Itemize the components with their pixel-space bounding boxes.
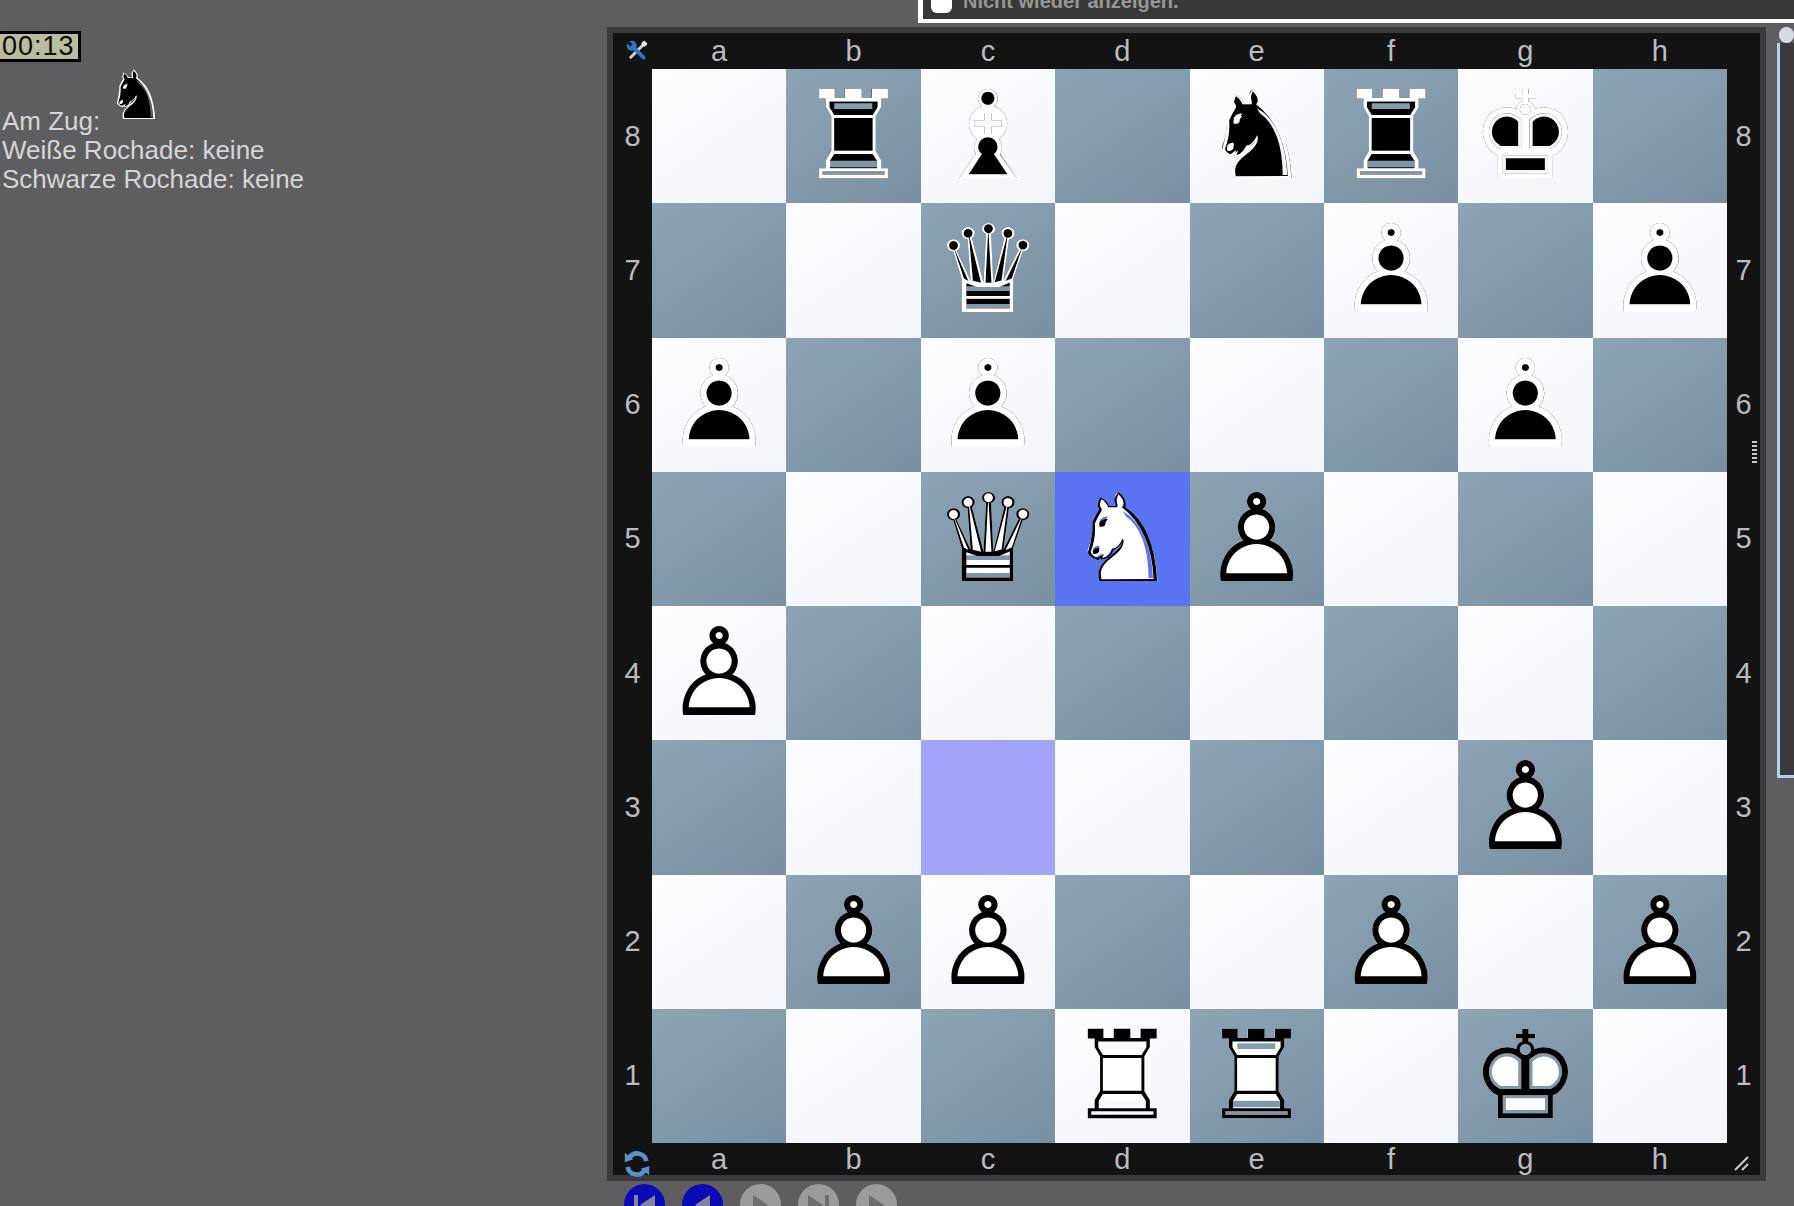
file-label-c: c bbox=[921, 33, 1055, 69]
piece-white-rook[interactable]: ♜♖ bbox=[1190, 1009, 1324, 1143]
square-a5[interactable] bbox=[652, 472, 786, 606]
black-castling-status: Schwarze Rochade: keine bbox=[2, 164, 304, 195]
square-g4[interactable] bbox=[1458, 606, 1592, 740]
piece-black-knight[interactable]: ♞♘ bbox=[1190, 69, 1324, 203]
square-d8[interactable] bbox=[1055, 69, 1189, 203]
square-f8[interactable]: ♜♖ bbox=[1324, 69, 1458, 203]
square-a8[interactable] bbox=[652, 69, 786, 203]
square-a7[interactable] bbox=[652, 203, 786, 337]
square-e2[interactable] bbox=[1190, 875, 1324, 1009]
rank-label-7: 7 bbox=[1727, 203, 1760, 337]
dont-show-again-checkbox[interactable] bbox=[931, 0, 952, 13]
square-c4[interactable] bbox=[921, 606, 1055, 740]
piece-white-pawn[interactable]: ♟♙ bbox=[786, 875, 920, 1009]
skip-start-icon bbox=[634, 1195, 638, 1206]
step-back-icon bbox=[695, 1195, 710, 1206]
rank-label-3: 3 bbox=[613, 740, 652, 874]
square-c7[interactable]: ♛♕ bbox=[921, 203, 1055, 337]
piece-white-rook[interactable]: ♜♖ bbox=[1055, 1009, 1189, 1143]
piece-white-pawn[interactable]: ♟♙ bbox=[1593, 875, 1727, 1009]
square-f2[interactable]: ♟♙ bbox=[1324, 875, 1458, 1009]
skip-start-icon bbox=[640, 1195, 655, 1206]
square-g1[interactable]: ♚♔ bbox=[1458, 1009, 1592, 1143]
square-f3[interactable] bbox=[1324, 740, 1458, 874]
square-d1[interactable]: ♜♖ bbox=[1055, 1009, 1189, 1143]
square-b1[interactable] bbox=[786, 1009, 920, 1143]
rank-label-5: 5 bbox=[1727, 472, 1760, 606]
file-label-b: b bbox=[786, 33, 920, 69]
square-f4[interactable] bbox=[1324, 606, 1458, 740]
piece-black-pawn[interactable]: ♟♙ bbox=[652, 338, 786, 472]
piece-black-bishop[interactable]: ♝♗ bbox=[921, 69, 1055, 203]
step-back-button[interactable] bbox=[682, 1184, 723, 1206]
file-label-e: e bbox=[1190, 1143, 1324, 1176]
side-window-edge bbox=[1777, 43, 1794, 778]
step-forward-icon bbox=[753, 1195, 768, 1206]
go-to-end-button[interactable] bbox=[798, 1184, 839, 1206]
square-a2[interactable] bbox=[652, 875, 786, 1009]
square-c8[interactable]: ♝♗ bbox=[921, 69, 1055, 203]
file-label-g: g bbox=[1458, 1143, 1592, 1176]
piece-black-rook[interactable]: ♜♖ bbox=[786, 69, 920, 203]
square-b3[interactable] bbox=[786, 740, 920, 874]
skip-end-icon bbox=[825, 1195, 829, 1206]
square-h7[interactable]: ♟♙ bbox=[1593, 203, 1727, 337]
file-label-f: f bbox=[1324, 33, 1458, 69]
square-c6[interactable]: ♟♙ bbox=[921, 338, 1055, 472]
settings-tools-icon[interactable] bbox=[622, 36, 652, 66]
to-move-knight-icon: ♞♘ bbox=[100, 56, 172, 136]
square-h2[interactable]: ♟♙ bbox=[1593, 875, 1727, 1009]
square-e7[interactable] bbox=[1190, 203, 1324, 337]
square-e5[interactable]: ♟♙ bbox=[1190, 472, 1324, 606]
move-clock: 00:13 bbox=[0, 31, 81, 62]
rank-label-2: 2 bbox=[613, 875, 652, 1009]
square-h5[interactable] bbox=[1593, 472, 1727, 606]
file-label-d: d bbox=[1055, 33, 1189, 69]
resize-handle[interactable] bbox=[1731, 1153, 1751, 1171]
rank-label-3: 3 bbox=[1727, 740, 1760, 874]
square-e3[interactable] bbox=[1190, 740, 1324, 874]
square-g7[interactable] bbox=[1458, 203, 1592, 337]
piece-white-pawn[interactable]: ♟♙ bbox=[1190, 472, 1324, 606]
rank-label-2: 2 bbox=[1727, 875, 1760, 1009]
file-label-c: c bbox=[921, 1143, 1055, 1176]
square-a1[interactable] bbox=[652, 1009, 786, 1143]
square-d6[interactable] bbox=[1055, 338, 1189, 472]
piece-black-pawn[interactable]: ♟♙ bbox=[1593, 203, 1727, 337]
go-to-start-button[interactable] bbox=[624, 1184, 665, 1206]
dont-show-again-label: Nicht wieder anzeigen. bbox=[963, 0, 1179, 13]
board-squares: ♜♖♝♗♞♘♜♖♚♔♛♕♟♙♟♙♟♙♟♙♟♙♛♕♞♘♟♙♟♙♟♙♟♙♟♙♟♙♟♙… bbox=[652, 69, 1727, 1143]
piece-white-pawn[interactable]: ♟♙ bbox=[652, 606, 786, 740]
file-label-a: a bbox=[652, 33, 786, 69]
rank-labels-right: 87654321 bbox=[1727, 69, 1760, 1143]
square-b7[interactable] bbox=[786, 203, 920, 337]
board-frame: abcdefgh 87654321 ♜♖♝♗♞♘♜♖♚♔♛♕♟♙♟♙♟♙♟♙♟♙… bbox=[613, 33, 1760, 1175]
rank-labels-left: 87654321 bbox=[613, 69, 652, 1143]
piece-white-king[interactable]: ♚♔ bbox=[1458, 1009, 1592, 1143]
square-e6[interactable] bbox=[1190, 338, 1324, 472]
piece-white-pawn[interactable]: ♟♙ bbox=[921, 875, 1055, 1009]
square-f5[interactable] bbox=[1324, 472, 1458, 606]
piece-black-king[interactable]: ♚♔ bbox=[1458, 69, 1592, 203]
file-label-a: a bbox=[652, 1143, 786, 1176]
square-f6[interactable] bbox=[1324, 338, 1458, 472]
square-e4[interactable] bbox=[1190, 606, 1324, 740]
square-h4[interactable] bbox=[1593, 606, 1727, 740]
chess-board-window: abcdefgh 87654321 ♜♖♝♗♞♘♜♖♚♔♛♕♟♙♟♙♟♙♟♙♟♙… bbox=[607, 27, 1766, 1181]
square-g3[interactable]: ♟♙ bbox=[1458, 740, 1592, 874]
rank-label-1: 1 bbox=[1727, 1009, 1760, 1143]
piece-white-pawn[interactable]: ♟♙ bbox=[1458, 740, 1592, 874]
square-g8[interactable]: ♚♔ bbox=[1458, 69, 1592, 203]
square-d7[interactable] bbox=[1055, 203, 1189, 337]
square-h1[interactable] bbox=[1593, 1009, 1727, 1143]
rank-label-4: 4 bbox=[1727, 606, 1760, 740]
rank-label-6: 6 bbox=[613, 338, 652, 472]
scrollbar-thumb[interactable] bbox=[1779, 27, 1794, 43]
rank-label-8: 8 bbox=[1727, 69, 1760, 203]
rank-label-8: 8 bbox=[613, 69, 652, 203]
square-a6[interactable]: ♟♙ bbox=[652, 338, 786, 472]
piece-black-rook[interactable]: ♜♖ bbox=[1324, 69, 1458, 203]
drag-grip[interactable] bbox=[1752, 441, 1757, 463]
piece-black-pawn[interactable]: ♟♙ bbox=[1458, 338, 1592, 472]
play-icon bbox=[869, 1195, 884, 1206]
file-label-h: h bbox=[1593, 33, 1727, 69]
file-label-h: h bbox=[1593, 1143, 1727, 1176]
square-g5[interactable] bbox=[1458, 472, 1592, 606]
file-label-d: d bbox=[1055, 1143, 1189, 1176]
piece-black-queen[interactable]: ♛♕ bbox=[921, 203, 1055, 337]
square-c1[interactable] bbox=[921, 1009, 1055, 1143]
square-a4[interactable]: ♟♙ bbox=[652, 606, 786, 740]
file-label-e: e bbox=[1190, 33, 1324, 69]
square-b8[interactable]: ♜♖ bbox=[786, 69, 920, 203]
piece-white-queen[interactable]: ♛♕ bbox=[921, 472, 1055, 606]
file-label-f: f bbox=[1324, 1143, 1458, 1176]
piece-white-pawn[interactable]: ♟♙ bbox=[1324, 875, 1458, 1009]
piece-black-pawn[interactable]: ♟♙ bbox=[921, 338, 1055, 472]
square-c2[interactable]: ♟♙ bbox=[921, 875, 1055, 1009]
square-g6[interactable]: ♟♙ bbox=[1458, 338, 1592, 472]
square-b4[interactable] bbox=[786, 606, 920, 740]
move-navigation bbox=[624, 1184, 897, 1206]
rank-label-1: 1 bbox=[613, 1009, 652, 1143]
square-d5[interactable]: ♞♘ bbox=[1055, 472, 1189, 606]
to-move-label: Am Zug: bbox=[2, 106, 100, 137]
dismiss-dialog: Nicht wieder anzeigen. bbox=[918, 0, 1794, 23]
square-h8[interactable] bbox=[1593, 69, 1727, 203]
skip-end-icon bbox=[808, 1195, 823, 1206]
square-c5[interactable]: ♛♕ bbox=[921, 472, 1055, 606]
square-a3[interactable] bbox=[652, 740, 786, 874]
file-labels-bottom: abcdefgh bbox=[652, 1143, 1727, 1175]
rank-label-4: 4 bbox=[613, 606, 652, 740]
square-h3[interactable] bbox=[1593, 740, 1727, 874]
file-label-g: g bbox=[1458, 33, 1592, 69]
square-f7[interactable]: ♟♙ bbox=[1324, 203, 1458, 337]
square-f1[interactable] bbox=[1324, 1009, 1458, 1143]
square-d3[interactable] bbox=[1055, 740, 1189, 874]
square-h6[interactable] bbox=[1593, 338, 1727, 472]
square-g2[interactable] bbox=[1458, 875, 1592, 1009]
square-c3[interactable] bbox=[921, 740, 1055, 874]
square-d4[interactable] bbox=[1055, 606, 1189, 740]
rank-label-7: 7 bbox=[613, 203, 652, 337]
file-label-b: b bbox=[786, 1143, 920, 1176]
white-castling-status: Weiße Rochade: keine bbox=[2, 135, 265, 166]
square-d2[interactable] bbox=[1055, 875, 1189, 1009]
piece-white-knight[interactable]: ♞♘ bbox=[1055, 472, 1189, 606]
rank-label-5: 5 bbox=[613, 472, 652, 606]
step-forward-button[interactable] bbox=[740, 1184, 781, 1206]
square-b6[interactable] bbox=[786, 338, 920, 472]
square-b5[interactable] bbox=[786, 472, 920, 606]
autoplay-button[interactable] bbox=[856, 1184, 897, 1206]
piece-black-pawn[interactable]: ♟♙ bbox=[1324, 203, 1458, 337]
square-b2[interactable]: ♟♙ bbox=[786, 875, 920, 1009]
flip-board-icon[interactable] bbox=[622, 1149, 652, 1179]
square-e1[interactable]: ♜♖ bbox=[1190, 1009, 1324, 1143]
square-e8[interactable]: ♞♘ bbox=[1190, 69, 1324, 203]
file-labels-top: abcdefgh bbox=[652, 33, 1727, 69]
